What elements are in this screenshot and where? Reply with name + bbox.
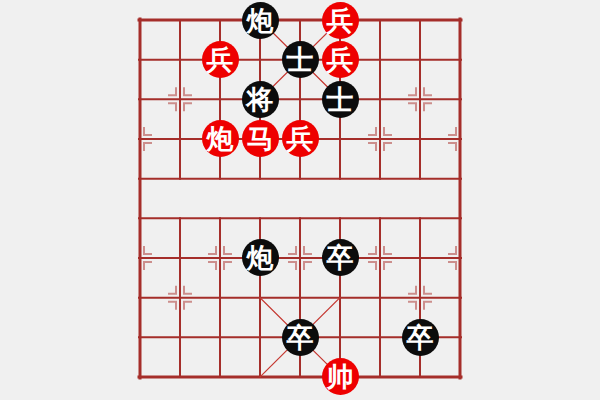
piece-red-cannon[interactable]: 炮	[202, 120, 239, 157]
piece-black-soldier[interactable]: 卒	[322, 239, 359, 276]
piece-black-soldier[interactable]: 卒	[402, 319, 439, 356]
xiangqi-board-canvas: 炮兵兵士兵将士炮马兵炮卒卒卒帅	[0, 0, 600, 400]
piece-red-soldier[interactable]: 兵	[202, 41, 239, 78]
piece-black-advisor[interactable]: 士	[322, 81, 359, 118]
piece-black-soldier[interactable]: 卒	[282, 319, 319, 356]
piece-red-horse[interactable]: 马	[242, 120, 279, 157]
piece-red-soldier[interactable]: 兵	[282, 120, 319, 157]
piece-red-king[interactable]: 帅	[322, 358, 359, 395]
piece-red-soldier[interactable]: 兵	[322, 2, 359, 39]
piece-black-cannon[interactable]: 炮	[242, 2, 279, 39]
piece-black-cannon[interactable]: 炮	[242, 239, 279, 276]
piece-red-soldier[interactable]: 兵	[322, 41, 359, 78]
piece-layer: 炮兵兵士兵将士炮马兵炮卒卒卒帅	[120, 0, 480, 397]
piece-black-advisor[interactable]: 士	[282, 41, 319, 78]
piece-black-king[interactable]: 将	[242, 81, 279, 118]
